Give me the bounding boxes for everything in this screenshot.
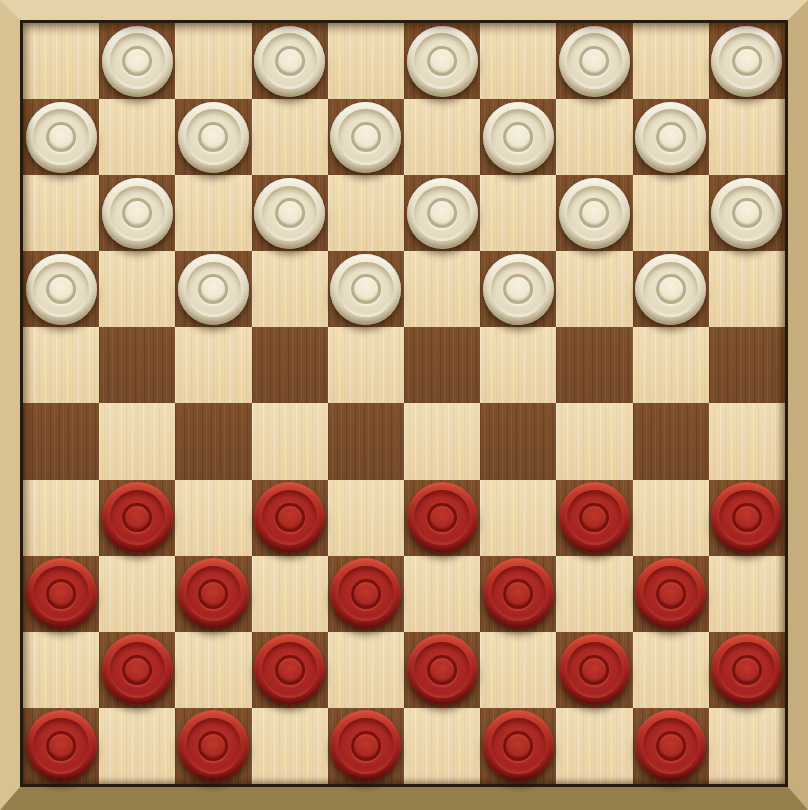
piece-center-ring	[122, 46, 152, 76]
square-r1c9	[633, 23, 709, 99]
square-r4c1[interactable]	[23, 251, 99, 327]
red-man[interactable]	[26, 710, 97, 781]
piece-center-ring	[732, 46, 762, 76]
square-r7c7	[480, 480, 556, 556]
square-r1c6[interactable]	[404, 23, 480, 99]
white-man[interactable]	[711, 178, 782, 249]
white-man[interactable]	[26, 102, 97, 173]
red-man[interactable]	[559, 634, 630, 705]
square-r4c7[interactable]	[480, 251, 556, 327]
square-r10c2	[99, 708, 175, 784]
square-r5c5	[328, 327, 404, 403]
red-man[interactable]	[330, 710, 401, 781]
white-man[interactable]	[559, 26, 630, 97]
square-r3c9	[633, 175, 709, 251]
square-r7c4[interactable]	[252, 480, 328, 556]
piece-center-ring	[351, 579, 381, 609]
square-r4c3[interactable]	[175, 251, 251, 327]
square-r9c7	[480, 632, 556, 708]
square-r5c1	[23, 327, 99, 403]
square-r3c10[interactable]	[709, 175, 785, 251]
square-r4c10	[709, 251, 785, 327]
square-r2c4	[252, 99, 328, 175]
square-r5c8[interactable]	[556, 327, 632, 403]
square-r2c5[interactable]	[328, 99, 404, 175]
square-r5c7	[480, 327, 556, 403]
piece-center-ring	[732, 503, 762, 533]
white-man[interactable]	[407, 178, 478, 249]
piece-center-ring	[275, 198, 305, 228]
red-man[interactable]	[635, 558, 706, 629]
piece-center-ring	[351, 731, 381, 761]
square-r8c7[interactable]	[480, 556, 556, 632]
red-man[interactable]	[711, 482, 782, 553]
square-r7c6[interactable]	[404, 480, 480, 556]
piece-center-ring	[503, 274, 533, 304]
square-r3c2[interactable]	[99, 175, 175, 251]
square-r3c5	[328, 175, 404, 251]
white-man[interactable]	[330, 254, 401, 325]
square-r2c1[interactable]	[23, 99, 99, 175]
square-r4c5[interactable]	[328, 251, 404, 327]
white-man[interactable]	[635, 254, 706, 325]
board-frame	[0, 0, 808, 810]
square-r4c9[interactable]	[633, 251, 709, 327]
square-r9c5	[328, 632, 404, 708]
square-r8c3[interactable]	[175, 556, 251, 632]
square-r9c2[interactable]	[99, 632, 175, 708]
red-man[interactable]	[330, 558, 401, 629]
square-r10c8	[556, 708, 632, 784]
square-r7c10[interactable]	[709, 480, 785, 556]
square-r2c10	[709, 99, 785, 175]
square-r8c4	[252, 556, 328, 632]
red-man[interactable]	[559, 482, 630, 553]
piece-center-ring	[46, 731, 76, 761]
piece-center-ring	[732, 655, 762, 685]
checkers-app	[0, 0, 808, 810]
white-man[interactable]	[254, 178, 325, 249]
square-r9c10[interactable]	[709, 632, 785, 708]
red-man[interactable]	[483, 710, 554, 781]
piece-center-ring	[656, 579, 686, 609]
piece-center-ring	[199, 731, 229, 761]
square-r8c5[interactable]	[328, 556, 404, 632]
square-r6c4	[252, 403, 328, 479]
piece-center-ring	[199, 122, 229, 152]
piece-center-ring	[580, 503, 610, 533]
square-r9c6[interactable]	[404, 632, 480, 708]
square-r2c6	[404, 99, 480, 175]
white-man[interactable]	[635, 102, 706, 173]
piece-center-ring	[580, 198, 610, 228]
square-r10c9[interactable]	[633, 708, 709, 784]
square-r3c8[interactable]	[556, 175, 632, 251]
piece-center-ring	[46, 122, 76, 152]
piece-center-ring	[503, 579, 533, 609]
piece-center-ring	[503, 731, 533, 761]
square-r7c5	[328, 480, 404, 556]
red-man[interactable]	[254, 634, 325, 705]
square-r1c2[interactable]	[99, 23, 175, 99]
square-r2c9[interactable]	[633, 99, 709, 175]
piece-center-ring	[427, 198, 457, 228]
piece-center-ring	[122, 198, 152, 228]
square-r9c9	[633, 632, 709, 708]
white-man[interactable]	[178, 254, 249, 325]
square-r7c8[interactable]	[556, 480, 632, 556]
square-r1c5	[328, 23, 404, 99]
square-r10c7[interactable]	[480, 708, 556, 784]
square-r6c3[interactable]	[175, 403, 251, 479]
square-r10c4	[252, 708, 328, 784]
square-r1c8[interactable]	[556, 23, 632, 99]
piece-center-ring	[732, 198, 762, 228]
square-r2c3[interactable]	[175, 99, 251, 175]
piece-center-ring	[580, 46, 610, 76]
square-r1c3	[175, 23, 251, 99]
red-man[interactable]	[26, 558, 97, 629]
piece-center-ring	[46, 274, 76, 304]
red-man[interactable]	[102, 634, 173, 705]
piece-center-ring	[351, 274, 381, 304]
white-man[interactable]	[254, 26, 325, 97]
square-r6c10	[709, 403, 785, 479]
red-man[interactable]	[407, 634, 478, 705]
square-r3c3	[175, 175, 251, 251]
red-man[interactable]	[254, 482, 325, 553]
piece-center-ring	[199, 274, 229, 304]
square-r7c1	[23, 480, 99, 556]
red-man[interactable]	[102, 482, 173, 553]
square-r1c10[interactable]	[709, 23, 785, 99]
piece-center-ring	[427, 46, 457, 76]
square-r2c2	[99, 99, 175, 175]
square-r6c5[interactable]	[328, 403, 404, 479]
white-man[interactable]	[102, 26, 173, 97]
piece-center-ring	[503, 122, 533, 152]
piece-center-ring	[275, 46, 305, 76]
square-r4c6	[404, 251, 480, 327]
piece-center-ring	[46, 579, 76, 609]
square-r4c2	[99, 251, 175, 327]
red-man[interactable]	[635, 710, 706, 781]
white-man[interactable]	[483, 254, 554, 325]
square-r8c1[interactable]	[23, 556, 99, 632]
piece-center-ring	[656, 274, 686, 304]
piece-center-ring	[427, 655, 457, 685]
square-r9c3	[175, 632, 251, 708]
square-r2c8	[556, 99, 632, 175]
square-r2c7[interactable]	[480, 99, 556, 175]
square-r4c8	[556, 251, 632, 327]
red-man[interactable]	[711, 634, 782, 705]
white-man[interactable]	[178, 102, 249, 173]
square-r3c6[interactable]	[404, 175, 480, 251]
square-r1c1	[23, 23, 99, 99]
square-r5c10[interactable]	[709, 327, 785, 403]
square-r1c4[interactable]	[252, 23, 328, 99]
white-man[interactable]	[26, 254, 97, 325]
piece-center-ring	[122, 655, 152, 685]
square-r10c6	[404, 708, 480, 784]
square-r8c10	[709, 556, 785, 632]
square-r6c7[interactable]	[480, 403, 556, 479]
square-r8c2	[99, 556, 175, 632]
square-r3c7	[480, 175, 556, 251]
white-man[interactable]	[407, 26, 478, 97]
square-r5c3	[175, 327, 251, 403]
white-man[interactable]	[559, 178, 630, 249]
white-man[interactable]	[102, 178, 173, 249]
square-r10c1[interactable]	[23, 708, 99, 784]
square-r3c4[interactable]	[252, 175, 328, 251]
square-r6c2	[99, 403, 175, 479]
square-r5c2[interactable]	[99, 327, 175, 403]
square-r7c3	[175, 480, 251, 556]
piece-center-ring	[656, 122, 686, 152]
square-r9c1	[23, 632, 99, 708]
white-man[interactable]	[330, 102, 401, 173]
red-man[interactable]	[178, 558, 249, 629]
piece-center-ring	[122, 503, 152, 533]
square-r10c5[interactable]	[328, 708, 404, 784]
square-r10c10	[709, 708, 785, 784]
red-man[interactable]	[407, 482, 478, 553]
square-r5c9	[633, 327, 709, 403]
square-r6c1[interactable]	[23, 403, 99, 479]
square-r5c4[interactable]	[252, 327, 328, 403]
piece-center-ring	[656, 731, 686, 761]
square-r3c1	[23, 175, 99, 251]
piece-center-ring	[580, 655, 610, 685]
square-r4c4	[252, 251, 328, 327]
red-man[interactable]	[483, 558, 554, 629]
piece-center-ring	[351, 122, 381, 152]
white-man[interactable]	[711, 26, 782, 97]
square-r8c9[interactable]	[633, 556, 709, 632]
piece-center-ring	[275, 655, 305, 685]
square-r7c9	[633, 480, 709, 556]
square-r8c6	[404, 556, 480, 632]
piece-center-ring	[427, 503, 457, 533]
square-r1c7	[480, 23, 556, 99]
square-r9c8[interactable]	[556, 632, 632, 708]
square-r10c3[interactable]	[175, 708, 251, 784]
square-r7c2[interactable]	[99, 480, 175, 556]
square-r5c6[interactable]	[404, 327, 480, 403]
square-r8c8	[556, 556, 632, 632]
white-man[interactable]	[483, 102, 554, 173]
red-man[interactable]	[178, 710, 249, 781]
square-r9c4[interactable]	[252, 632, 328, 708]
square-r6c9[interactable]	[633, 403, 709, 479]
piece-center-ring	[199, 579, 229, 609]
piece-center-ring	[275, 503, 305, 533]
board-seam	[20, 20, 788, 787]
board	[23, 23, 785, 784]
square-r6c8	[556, 403, 632, 479]
square-r6c6	[404, 403, 480, 479]
